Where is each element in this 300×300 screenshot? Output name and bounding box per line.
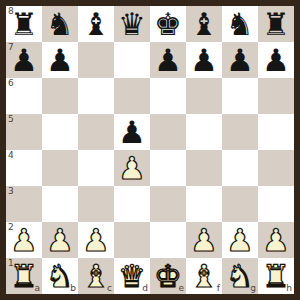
- square-f8[interactable]: ♝: [186, 6, 222, 42]
- square-f6[interactable]: [186, 78, 222, 114]
- square-d7[interactable]: [114, 42, 150, 78]
- chess-board: ♜8♞♝♛♚♝♞♜♟7♟♟♟♟♟65♟4♟3♟2♟♟♟♟♟♜1a♞b♝c♛d♚e…: [6, 6, 294, 294]
- square-f7[interactable]: ♟: [186, 42, 222, 78]
- white-bishop[interactable]: ♝: [190, 258, 218, 294]
- white-rook[interactable]: ♜: [10, 258, 38, 294]
- square-f1[interactable]: ♝f: [186, 258, 222, 294]
- square-e8[interactable]: ♚: [150, 6, 186, 42]
- black-pawn[interactable]: ♟: [226, 42, 254, 78]
- square-g2[interactable]: ♟: [222, 222, 258, 258]
- square-a1[interactable]: ♜1a: [6, 258, 42, 294]
- black-rook[interactable]: ♜: [262, 6, 290, 42]
- white-pawn[interactable]: ♟: [262, 222, 290, 258]
- square-f3[interactable]: [186, 186, 222, 222]
- square-a6[interactable]: 6: [6, 78, 42, 114]
- square-g5[interactable]: [222, 114, 258, 150]
- square-e6[interactable]: [150, 78, 186, 114]
- square-g7[interactable]: ♟: [222, 42, 258, 78]
- black-pawn[interactable]: ♟: [154, 42, 182, 78]
- square-d5[interactable]: ♟: [114, 114, 150, 150]
- square-c6[interactable]: [78, 78, 114, 114]
- square-h4[interactable]: [258, 150, 294, 186]
- square-g6[interactable]: [222, 78, 258, 114]
- square-c1[interactable]: ♝c: [78, 258, 114, 294]
- square-b6[interactable]: [42, 78, 78, 114]
- white-knight[interactable]: ♞: [226, 258, 254, 294]
- square-a4[interactable]: 4: [6, 150, 42, 186]
- square-g8[interactable]: ♞: [222, 6, 258, 42]
- white-bishop[interactable]: ♝: [82, 258, 110, 294]
- square-h8[interactable]: ♜: [258, 6, 294, 42]
- black-knight[interactable]: ♞: [226, 6, 254, 42]
- square-e4[interactable]: [150, 150, 186, 186]
- white-queen[interactable]: ♛: [118, 258, 146, 294]
- square-b5[interactable]: [42, 114, 78, 150]
- square-e3[interactable]: [150, 186, 186, 222]
- black-knight[interactable]: ♞: [46, 6, 74, 42]
- white-pawn[interactable]: ♟: [226, 222, 254, 258]
- square-d3[interactable]: [114, 186, 150, 222]
- square-a7[interactable]: ♟7: [6, 42, 42, 78]
- black-pawn[interactable]: ♟: [118, 114, 146, 150]
- white-rook[interactable]: ♜: [262, 258, 290, 294]
- white-pawn[interactable]: ♟: [82, 222, 110, 258]
- square-b8[interactable]: ♞: [42, 6, 78, 42]
- black-bishop[interactable]: ♝: [82, 6, 110, 42]
- square-b3[interactable]: [42, 186, 78, 222]
- rank-label-5: 5: [8, 115, 14, 124]
- chess-board-frame: ♜8♞♝♛♚♝♞♜♟7♟♟♟♟♟65♟4♟3♟2♟♟♟♟♟♜1a♞b♝c♛d♚e…: [6, 6, 294, 294]
- black-rook[interactable]: ♜: [10, 6, 38, 42]
- square-c8[interactable]: ♝: [78, 6, 114, 42]
- square-d1[interactable]: ♛d: [114, 258, 150, 294]
- square-a8[interactable]: ♜8: [6, 6, 42, 42]
- square-c3[interactable]: [78, 186, 114, 222]
- square-h3[interactable]: [258, 186, 294, 222]
- rank-label-6: 6: [8, 79, 14, 88]
- square-b7[interactable]: ♟: [42, 42, 78, 78]
- black-pawn[interactable]: ♟: [10, 42, 38, 78]
- square-h6[interactable]: [258, 78, 294, 114]
- white-pawn[interactable]: ♟: [190, 222, 218, 258]
- white-pawn[interactable]: ♟: [10, 222, 38, 258]
- square-f4[interactable]: [186, 150, 222, 186]
- square-d2[interactable]: [114, 222, 150, 258]
- square-e2[interactable]: [150, 222, 186, 258]
- square-h1[interactable]: ♜h: [258, 258, 294, 294]
- black-pawn[interactable]: ♟: [46, 42, 74, 78]
- black-pawn[interactable]: ♟: [190, 42, 218, 78]
- square-d6[interactable]: [114, 78, 150, 114]
- rank-label-3: 3: [8, 187, 14, 196]
- square-b4[interactable]: [42, 150, 78, 186]
- square-f5[interactable]: [186, 114, 222, 150]
- white-king[interactable]: ♚: [154, 258, 182, 294]
- black-king[interactable]: ♚: [154, 6, 182, 42]
- white-pawn[interactable]: ♟: [46, 222, 74, 258]
- black-queen[interactable]: ♛: [118, 6, 146, 42]
- square-d4[interactable]: ♟: [114, 150, 150, 186]
- square-g1[interactable]: ♞g: [222, 258, 258, 294]
- white-knight[interactable]: ♞: [46, 258, 74, 294]
- square-e1[interactable]: ♚e: [150, 258, 186, 294]
- square-a5[interactable]: 5: [6, 114, 42, 150]
- square-g3[interactable]: [222, 186, 258, 222]
- square-g4[interactable]: [222, 150, 258, 186]
- square-c2[interactable]: ♟: [78, 222, 114, 258]
- square-h7[interactable]: ♟: [258, 42, 294, 78]
- square-a2[interactable]: ♟2: [6, 222, 42, 258]
- square-c5[interactable]: [78, 114, 114, 150]
- square-b1[interactable]: ♞b: [42, 258, 78, 294]
- square-d8[interactable]: ♛: [114, 6, 150, 42]
- square-e5[interactable]: [150, 114, 186, 150]
- black-pawn[interactable]: ♟: [262, 42, 290, 78]
- white-pawn[interactable]: ♟: [118, 150, 146, 186]
- square-c7[interactable]: [78, 42, 114, 78]
- square-h5[interactable]: [258, 114, 294, 150]
- rank-label-4: 4: [8, 151, 14, 160]
- black-bishop[interactable]: ♝: [190, 6, 218, 42]
- square-a3[interactable]: 3: [6, 186, 42, 222]
- square-c4[interactable]: [78, 150, 114, 186]
- square-h2[interactable]: ♟: [258, 222, 294, 258]
- square-f2[interactable]: ♟: [186, 222, 222, 258]
- square-b2[interactable]: ♟: [42, 222, 78, 258]
- square-e7[interactable]: ♟: [150, 42, 186, 78]
